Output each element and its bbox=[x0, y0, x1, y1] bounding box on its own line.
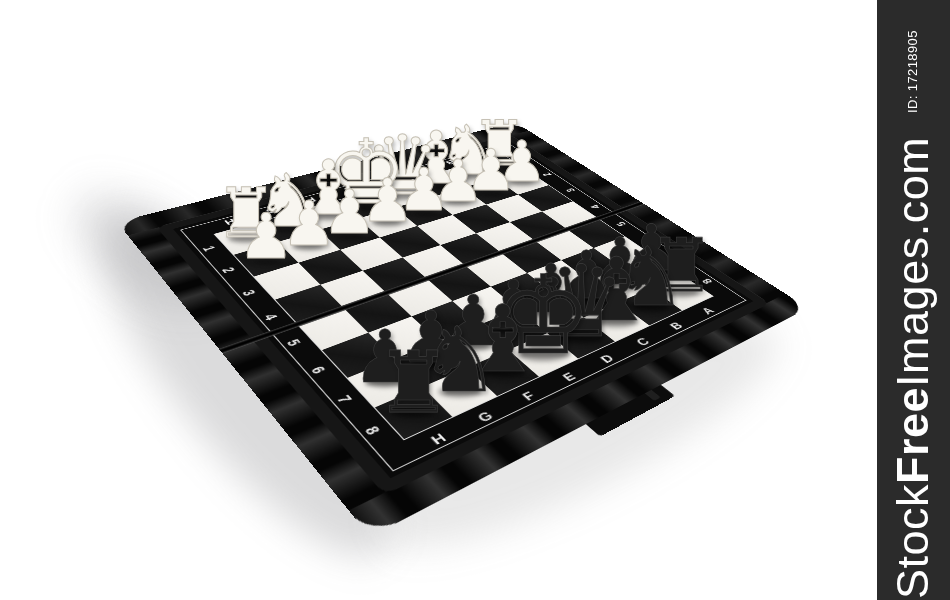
coord-file-rear-B: B bbox=[444, 159, 458, 166]
coord-file-front-B: B bbox=[668, 320, 685, 331]
coord-rank-rear-5: 5 bbox=[614, 221, 628, 227]
watermark-id-text: ID: 17218905 bbox=[905, 0, 920, 113]
chess-travel-case: AA11BB22CC33DD44EE55FF66GG77HH88 bbox=[117, 122, 808, 537]
watermark-site-bold: Free bbox=[887, 387, 938, 484]
coord-rank-front-7: 7 bbox=[334, 393, 354, 405]
coord-file-front-D: D bbox=[598, 352, 616, 364]
stock-photo-stage: AA11BB22CC33DD44EE55FF66GG77HH88 ♜♞♟♝♟♛♟… bbox=[0, 0, 950, 600]
coord-rank-rear-3: 3 bbox=[564, 187, 577, 193]
coord-file-front-C: C bbox=[634, 336, 652, 347]
coord-rank-front-6: 6 bbox=[308, 365, 328, 376]
coord-file-front-E: E bbox=[560, 370, 578, 382]
coord-rank-rear-2: 2 bbox=[540, 172, 553, 177]
coord-rank-front-1: 1 bbox=[201, 245, 218, 253]
coord-file-front-H: H bbox=[429, 431, 450, 446]
coord-file-rear-F: F bbox=[305, 196, 318, 203]
coord-file-rear-H: H bbox=[223, 217, 238, 226]
coord-rank-front-8: 8 bbox=[362, 424, 383, 437]
coord-file-rear-E: E bbox=[342, 186, 356, 193]
coord-file-front-A: A bbox=[700, 305, 717, 315]
coord-file-front-G: G bbox=[475, 409, 496, 424]
coord-rank-rear-1: 1 bbox=[518, 157, 531, 162]
watermark-site-suffix: Images.com bbox=[887, 137, 938, 387]
watermark-site-prefix: Stock bbox=[887, 484, 938, 599]
coord-file-rear-D: D bbox=[378, 177, 392, 184]
coord-rank-rear-7: 7 bbox=[669, 257, 683, 264]
coord-file-rear-C: C bbox=[412, 168, 426, 175]
coord-file-rear-A: A bbox=[475, 151, 488, 157]
coord-rank-rear-8: 8 bbox=[699, 277, 713, 285]
coord-rank-rear-6: 6 bbox=[641, 239, 655, 246]
coord-rank-front-4: 4 bbox=[261, 312, 280, 321]
coord-rank-front-3: 3 bbox=[240, 289, 258, 298]
coord-rank-rear-4: 4 bbox=[588, 204, 601, 210]
coord-rank-front-2: 2 bbox=[220, 266, 238, 274]
coord-file-rear-G: G bbox=[264, 206, 280, 214]
coord-file-front-F: F bbox=[520, 389, 538, 402]
watermark-site-text: StockFreeImages.com bbox=[887, 129, 939, 599]
coord-rank-front-5: 5 bbox=[284, 338, 303, 348]
